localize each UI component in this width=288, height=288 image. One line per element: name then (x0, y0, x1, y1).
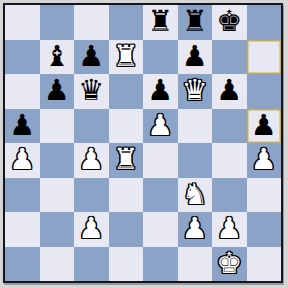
square-g2[interactable]: ♟ (212, 212, 247, 247)
square-b6[interactable]: ♟ (40, 74, 75, 109)
white-pawn-a4: ♟ (9, 143, 35, 177)
square-e7[interactable] (143, 40, 178, 75)
black-king-g8: ♚ (216, 5, 242, 39)
square-c6[interactable]: ♛ (74, 74, 109, 109)
black-rook-e8: ♜ (147, 5, 173, 39)
square-g4[interactable] (212, 143, 247, 178)
square-f5[interactable] (178, 109, 213, 144)
square-g3[interactable] (212, 178, 247, 213)
white-queen-f6: ♛ (182, 74, 208, 108)
square-f7[interactable]: ♟ (178, 40, 213, 75)
white-pawn-f2: ♟ (182, 212, 208, 246)
screen: ♜♜♚♝♟♜♟♟♛♟♛♟♟♟♟♟♟♜♟♞♟♟♟♚ (0, 0, 288, 288)
white-rook-d4: ♜ (113, 143, 139, 177)
square-h2[interactable] (247, 212, 282, 247)
white-pawn-c2: ♟ (78, 212, 104, 246)
square-e4[interactable] (143, 143, 178, 178)
square-c7[interactable]: ♟ (74, 40, 109, 75)
square-e6[interactable]: ♟ (143, 74, 178, 109)
white-pawn-g2: ♟ (216, 212, 242, 246)
black-pawn-c7: ♟ (78, 40, 104, 74)
square-f8[interactable]: ♜ (178, 5, 213, 40)
square-c5[interactable] (74, 109, 109, 144)
black-rook-f8: ♜ (182, 5, 208, 39)
white-king-g1: ♚ (216, 247, 242, 281)
black-pawn-a5: ♟ (9, 109, 35, 143)
black-bishop-b7: ♝ (44, 40, 70, 74)
square-a5[interactable]: ♟ (5, 109, 40, 144)
square-h4[interactable]: ♟ (247, 143, 282, 178)
white-pawn-c4: ♟ (78, 143, 104, 177)
square-c3[interactable] (74, 178, 109, 213)
square-b2[interactable] (40, 212, 75, 247)
square-a1[interactable] (5, 247, 40, 282)
square-b4[interactable] (40, 143, 75, 178)
square-a7[interactable] (5, 40, 40, 75)
black-pawn-h5: ♟ (251, 109, 277, 143)
square-d5[interactable] (109, 109, 144, 144)
board-frame: ♜♜♚♝♟♜♟♟♛♟♛♟♟♟♟♟♟♜♟♞♟♟♟♚ (3, 3, 283, 283)
square-e3[interactable] (143, 178, 178, 213)
white-pawn-e5: ♟ (147, 109, 173, 143)
square-g6[interactable]: ♟ (212, 74, 247, 109)
square-a8[interactable] (5, 5, 40, 40)
square-d7[interactable]: ♜ (109, 40, 144, 75)
black-pawn-g6: ♟ (216, 74, 242, 108)
square-g7[interactable] (212, 40, 247, 75)
square-b7[interactable]: ♝ (40, 40, 75, 75)
square-g8[interactable]: ♚ (212, 5, 247, 40)
square-b8[interactable] (40, 5, 75, 40)
black-pawn-f7: ♟ (182, 40, 208, 74)
black-pawn-e6: ♟ (147, 74, 173, 108)
white-knight-f3: ♞ (182, 178, 208, 212)
square-d2[interactable] (109, 212, 144, 247)
square-h1[interactable] (247, 247, 282, 282)
square-h6[interactable] (247, 74, 282, 109)
square-f2[interactable]: ♟ (178, 212, 213, 247)
square-f4[interactable] (178, 143, 213, 178)
square-f1[interactable] (178, 247, 213, 282)
square-c8[interactable] (74, 5, 109, 40)
square-h3[interactable] (247, 178, 282, 213)
square-e8[interactable]: ♜ (143, 5, 178, 40)
square-a2[interactable] (5, 212, 40, 247)
square-c2[interactable]: ♟ (74, 212, 109, 247)
square-c4[interactable]: ♟ (74, 143, 109, 178)
square-g5[interactable] (212, 109, 247, 144)
square-d4[interactable]: ♜ (109, 143, 144, 178)
square-e2[interactable] (143, 212, 178, 247)
square-h8[interactable] (247, 5, 282, 40)
square-a3[interactable] (5, 178, 40, 213)
square-b5[interactable] (40, 109, 75, 144)
square-b1[interactable] (40, 247, 75, 282)
white-pawn-h4: ♟ (251, 143, 277, 177)
square-e5[interactable]: ♟ (143, 109, 178, 144)
square-f6[interactable]: ♛ (178, 74, 213, 109)
square-a6[interactable] (5, 74, 40, 109)
black-pawn-b6: ♟ (44, 74, 70, 108)
square-g1[interactable]: ♚ (212, 247, 247, 282)
square-a4[interactable]: ♟ (5, 143, 40, 178)
square-c1[interactable] (74, 247, 109, 282)
square-d3[interactable] (109, 178, 144, 213)
black-queen-c6: ♛ (78, 74, 104, 108)
square-b3[interactable] (40, 178, 75, 213)
square-d1[interactable] (109, 247, 144, 282)
square-d6[interactable] (109, 74, 144, 109)
square-h5[interactable]: ♟ (247, 109, 282, 144)
square-e1[interactable] (143, 247, 178, 282)
square-f3[interactable]: ♞ (178, 178, 213, 213)
white-rook-d7: ♜ (113, 40, 139, 74)
square-d8[interactable] (109, 5, 144, 40)
square-h7[interactable] (247, 40, 282, 75)
chess-board: ♜♜♚♝♟♜♟♟♛♟♛♟♟♟♟♟♟♜♟♞♟♟♟♚ (5, 5, 281, 281)
